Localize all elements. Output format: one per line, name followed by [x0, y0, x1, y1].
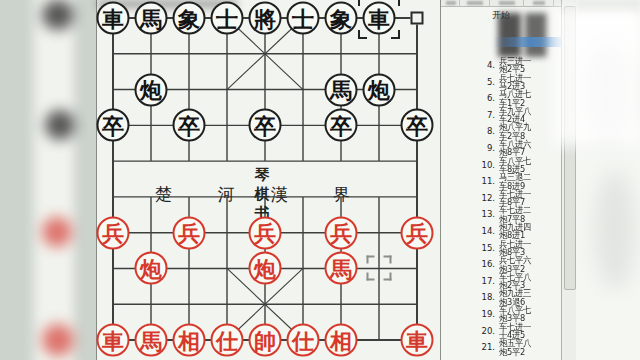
piece-red-兵[interactable]: 兵: [401, 216, 434, 249]
ghost-red-piece: [42, 217, 72, 247]
piece-red-相[interactable]: 相: [325, 324, 358, 357]
blur-blob: [594, 170, 636, 290]
piece-red-車[interactable]: 車: [401, 324, 434, 357]
header-smudge: [533, 1, 545, 5]
move-number: 14.: [471, 223, 495, 240]
piece-red-帥[interactable]: 帥: [249, 324, 282, 357]
selected-piece-brackets: [358, 0, 400, 39]
left-white-streak: [34, 0, 74, 360]
move-number: 12.: [471, 190, 495, 207]
piece-black-車[interactable]: 車: [97, 2, 130, 35]
piece-black-卒[interactable]: 卒: [401, 109, 434, 142]
move-number: 13.: [471, 206, 495, 223]
piece-black-象[interactable]: 象: [325, 2, 358, 35]
move-number: 8.: [471, 123, 495, 140]
move-entry-10[interactable]: 10.车八平七车8进5: [471, 157, 534, 174]
move-number: 9.: [471, 140, 495, 157]
river-right-label: 漢 界: [270, 183, 369, 206]
piece-black-卒[interactable]: 卒: [325, 109, 358, 142]
piece-black-將[interactable]: 將: [249, 2, 282, 35]
move-entry-19[interactable]: 19.车八平七炮3平8: [471, 306, 534, 323]
move-entry-17[interactable]: 17.车七平八炮2平3: [471, 273, 534, 290]
obscured-moves-blur: [525, 13, 547, 57]
move-entry-9[interactable]: 9.车八进六炮8平7: [471, 140, 534, 157]
ghost-black-piece: [45, 110, 75, 140]
piece-black-馬[interactable]: 馬: [135, 2, 168, 35]
piece-red-車[interactable]: 車: [97, 324, 130, 357]
move-entry-18[interactable]: 18.炮九进三炮3退6: [471, 289, 534, 306]
river-labels: 楚 河 琴棋书 漢 界: [155, 166, 365, 223]
xiangqi-app-window: 楚 河 琴棋书 漢 界 車馬象士將士象車炮馬炮卒卒卒卒卒兵兵兵兵兵炮炮馬車馬相仕…: [0, 0, 640, 360]
piece-red-兵[interactable]: 兵: [325, 216, 358, 249]
move-entry-16[interactable]: 16.兵七平六炮3平2: [471, 256, 534, 273]
header-smudge: [499, 1, 515, 5]
move-number: 20.: [471, 323, 495, 340]
move-entry-7[interactable]: 7.车九平八车2进4: [471, 107, 534, 124]
move-number: 7.: [471, 107, 495, 124]
move-number: 11.: [471, 173, 495, 190]
piece-red-仕[interactable]: 仕: [211, 324, 244, 357]
piece-red-兵[interactable]: 兵: [249, 216, 282, 249]
xiangqi-board[interactable]: 楚 河 琴棋书 漢 界 車馬象士將士象車炮馬炮卒卒卒卒卒兵兵兵兵兵炮炮馬車馬相仕…: [96, 0, 440, 360]
move-entry-11[interactable]: 11.马三退二车8进9: [471, 173, 534, 190]
move-number: 15.: [471, 240, 495, 257]
white-blur-overlay: [553, 6, 640, 146]
piece-red-炮[interactable]: 炮: [135, 252, 168, 285]
piece-red-仕[interactable]: 仕: [287, 324, 320, 357]
ghost-black-piece: [42, 0, 74, 30]
piece-red-馬[interactable]: 馬: [325, 252, 358, 285]
piece-red-馬[interactable]: 馬: [135, 324, 168, 357]
move-entry-12[interactable]: 12.车七进一车8平7: [471, 190, 534, 207]
river-left-label: 楚 河: [155, 183, 254, 206]
move-number: 21.: [471, 339, 495, 356]
ghost-red-piece: [42, 324, 74, 356]
header-smudge: [446, 1, 456, 5]
move-entry-6[interactable]: 6.马八进七车1平2: [471, 90, 534, 107]
move-number: 17.: [471, 273, 495, 290]
black-move-text[interactable]: 炮5平2: [499, 348, 531, 356]
move-entry-20[interactable]: 20.车七进一士4进5: [471, 323, 534, 340]
piece-black-士[interactable]: 士: [287, 2, 320, 35]
move-number: 18.: [471, 289, 495, 306]
piece-black-士[interactable]: 士: [211, 2, 244, 35]
move-number: 6.: [471, 90, 495, 107]
move-number: 5.: [471, 74, 495, 91]
piece-red-炮[interactable]: 炮: [249, 252, 282, 285]
piece-black-象[interactable]: 象: [173, 2, 206, 35]
piece-black-卒[interactable]: 卒: [249, 109, 282, 142]
move-number: 16.: [471, 256, 495, 273]
move-entry-21[interactable]: 21.炮五平八炮5平2: [471, 339, 534, 356]
piece-black-卒[interactable]: 卒: [97, 109, 130, 142]
move-number: 4.: [471, 57, 495, 74]
move-number: 10.: [471, 157, 495, 174]
cursor-crosshair: [367, 256, 392, 281]
piece-black-炮[interactable]: 炮: [363, 73, 396, 106]
move-entry-4[interactable]: 4.兵三进一炮2平5: [471, 57, 534, 74]
piece-black-炮[interactable]: 炮: [135, 73, 168, 106]
move-entry-15[interactable]: 15.兵七进一炮8平3: [471, 240, 534, 257]
piece-red-相[interactable]: 相: [173, 324, 206, 357]
move-entry-8[interactable]: 8.炮八平九车2平8: [471, 123, 534, 140]
move-number: 19.: [471, 306, 495, 323]
app-watermark: 琴棋书: [254, 166, 270, 223]
piece-black-卒[interactable]: 卒: [173, 109, 206, 142]
move-entry-14[interactable]: 14.炮九进四炮8进1: [471, 223, 534, 240]
last-move-origin-marker: [411, 12, 424, 25]
obscured-moves-blur: [498, 13, 521, 57]
left-blur-margin: [0, 0, 96, 360]
move-entry-5[interactable]: 5.兵七进一马2进3: [471, 74, 534, 91]
piece-red-兵[interactable]: 兵: [97, 216, 130, 249]
header-smudge: [467, 1, 483, 5]
piece-black-馬[interactable]: 馬: [325, 73, 358, 106]
move-entry-13[interactable]: 13.车七进二炮7平8: [471, 206, 534, 223]
piece-red-兵[interactable]: 兵: [173, 216, 206, 249]
